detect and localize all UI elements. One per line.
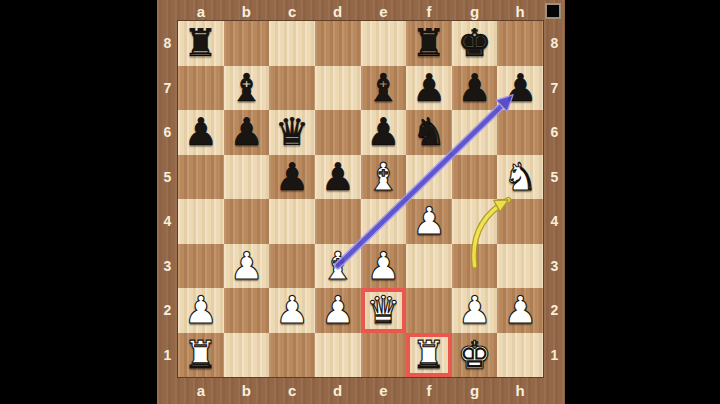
square-e8[interactable] <box>361 21 407 66</box>
white-pawn-g2: ♟ <box>452 288 498 333</box>
square-e4[interactable] <box>361 199 407 244</box>
square-a6[interactable]: ♟ <box>178 110 224 155</box>
white-knight-h5: ♞ <box>497 155 543 200</box>
file-label-top-g: g <box>470 3 479 20</box>
square-g4[interactable] <box>452 199 498 244</box>
rank-label-right-1: 1 <box>551 347 559 363</box>
board-grid: ♜♜♚♝♝♟♟♟♟♟♛♟♞♟♟♝♞♟♟♝♟♟♟♟♛♟♟♜♜♚ <box>178 21 543 377</box>
square-d7[interactable] <box>315 66 361 111</box>
square-c4[interactable] <box>269 199 315 244</box>
square-a4[interactable] <box>178 199 224 244</box>
square-c6[interactable]: ♛ <box>269 110 315 155</box>
black-rook-a8: ♜ <box>178 21 224 66</box>
file-label-bottom-a: a <box>197 382 205 399</box>
square-d1[interactable] <box>315 333 361 378</box>
white-pawn-a2: ♟ <box>178 288 224 333</box>
square-b1[interactable] <box>224 333 270 378</box>
square-a8[interactable]: ♜ <box>178 21 224 66</box>
rank-label-right-2: 2 <box>551 302 559 318</box>
rank-label-right-3: 3 <box>551 258 559 274</box>
file-label-bottom-c: c <box>288 382 296 399</box>
rank-label-right-5: 5 <box>551 169 559 185</box>
square-h1[interactable] <box>497 333 543 378</box>
square-f7[interactable]: ♟ <box>406 66 452 111</box>
square-h4[interactable] <box>497 199 543 244</box>
file-label-top-d: d <box>333 3 342 20</box>
rank-label-left-4: 4 <box>164 213 172 229</box>
square-b5[interactable] <box>224 155 270 200</box>
white-pawn-h2: ♟ <box>497 288 543 333</box>
rank-label-right-6: 6 <box>551 124 559 140</box>
square-h8[interactable] <box>497 21 543 66</box>
square-a7[interactable] <box>178 66 224 111</box>
rank-label-right-8: 8 <box>551 35 559 51</box>
file-label-bottom-b: b <box>242 382 251 399</box>
square-b3[interactable]: ♟ <box>224 244 270 289</box>
file-label-bottom-g: g <box>470 382 479 399</box>
rank-label-left-7: 7 <box>164 80 172 96</box>
square-d2[interactable]: ♟ <box>315 288 361 333</box>
square-g3[interactable] <box>452 244 498 289</box>
square-d3[interactable]: ♝ <box>315 244 361 289</box>
white-pawn-d2: ♟ <box>315 288 361 333</box>
black-pawn-c5: ♟ <box>269 155 315 200</box>
black-pawn-b6: ♟ <box>224 110 270 155</box>
square-e5[interactable]: ♝ <box>361 155 407 200</box>
square-h7[interactable]: ♟ <box>497 66 543 111</box>
square-g8[interactable]: ♚ <box>452 21 498 66</box>
square-c1[interactable] <box>269 333 315 378</box>
square-g5[interactable] <box>452 155 498 200</box>
square-g1[interactable]: ♚ <box>452 333 498 378</box>
white-pawn-f4: ♟ <box>406 199 452 244</box>
square-f2[interactable] <box>406 288 452 333</box>
white-king-g1: ♚ <box>452 333 498 378</box>
square-f4[interactable]: ♟ <box>406 199 452 244</box>
file-label-bottom-f: f <box>426 382 431 399</box>
square-d6[interactable] <box>315 110 361 155</box>
square-b6[interactable]: ♟ <box>224 110 270 155</box>
square-h6[interactable] <box>497 110 543 155</box>
file-label-top-c: c <box>288 3 296 20</box>
rank-label-left-8: 8 <box>164 35 172 51</box>
square-c8[interactable] <box>269 21 315 66</box>
file-label-top-h: h <box>516 3 525 20</box>
rank-label-right-7: 7 <box>551 80 559 96</box>
square-b2[interactable] <box>224 288 270 333</box>
rank-label-left-2: 2 <box>164 302 172 318</box>
black-king-g8: ♚ <box>452 21 498 66</box>
square-f8[interactable]: ♜ <box>406 21 452 66</box>
file-label-top-f: f <box>426 3 431 20</box>
square-g6[interactable] <box>452 110 498 155</box>
square-e1[interactable] <box>361 333 407 378</box>
square-f3[interactable] <box>406 244 452 289</box>
white-pawn-c2: ♟ <box>269 288 315 333</box>
chess-board: ♜♜♚♝♝♟♟♟♟♟♛♟♞♟♟♝♞♟♟♝♟♟♟♟♛♟♟♜♜♚ aabbccdde… <box>157 0 565 404</box>
rank-label-right-4: 4 <box>551 213 559 229</box>
file-label-top-b: b <box>242 3 251 20</box>
square-e7[interactable]: ♝ <box>361 66 407 111</box>
rank-label-left-6: 6 <box>164 124 172 140</box>
square-e6[interactable]: ♟ <box>361 110 407 155</box>
black-pawn-h7: ♟ <box>497 66 543 111</box>
square-c2[interactable]: ♟ <box>269 288 315 333</box>
square-e3[interactable]: ♟ <box>361 244 407 289</box>
square-d8[interactable] <box>315 21 361 66</box>
file-label-bottom-h: h <box>516 382 525 399</box>
black-pawn-a6: ♟ <box>178 110 224 155</box>
square-h2[interactable]: ♟ <box>497 288 543 333</box>
white-pawn-e3: ♟ <box>361 244 407 289</box>
black-pawn-f7: ♟ <box>406 66 452 111</box>
black-bishop-b7: ♝ <box>224 66 270 111</box>
white-bishop-d3: ♝ <box>315 244 361 289</box>
white-pawn-b3: ♟ <box>224 244 270 289</box>
file-label-bottom-e: e <box>379 382 387 399</box>
black-bishop-e7: ♝ <box>361 66 407 111</box>
file-label-top-e: e <box>379 3 387 20</box>
white-rook-a1: ♜ <box>178 333 224 378</box>
square-d5[interactable]: ♟ <box>315 155 361 200</box>
square-h3[interactable] <box>497 244 543 289</box>
video-frame: ♜♜♚♝♝♟♟♟♟♟♛♟♞♟♟♝♞♟♟♝♟♟♟♟♛♟♟♜♜♚ aabbccdde… <box>0 0 720 404</box>
corner-square-icon <box>545 3 561 19</box>
black-queen-c6: ♛ <box>269 110 315 155</box>
black-rook-f8: ♜ <box>406 21 452 66</box>
white-rook-f1: ♜ <box>406 333 452 378</box>
black-knight-f6: ♞ <box>406 110 452 155</box>
black-pawn-g7: ♟ <box>452 66 498 111</box>
file-label-bottom-d: d <box>333 382 342 399</box>
square-a5[interactable] <box>178 155 224 200</box>
square-b8[interactable] <box>224 21 270 66</box>
rank-label-left-5: 5 <box>164 169 172 185</box>
square-a1[interactable]: ♜ <box>178 333 224 378</box>
square-f1[interactable]: ♜ <box>406 333 452 378</box>
square-f5[interactable] <box>406 155 452 200</box>
square-g7[interactable]: ♟ <box>452 66 498 111</box>
square-a3[interactable] <box>178 244 224 289</box>
square-b4[interactable] <box>224 199 270 244</box>
black-pawn-e6: ♟ <box>361 110 407 155</box>
square-d4[interactable] <box>315 199 361 244</box>
square-b7[interactable]: ♝ <box>224 66 270 111</box>
square-e2[interactable]: ♛ <box>361 288 407 333</box>
black-pawn-d5: ♟ <box>315 155 361 200</box>
rank-label-left-3: 3 <box>164 258 172 274</box>
white-bishop-e5: ♝ <box>361 155 407 200</box>
square-c5[interactable]: ♟ <box>269 155 315 200</box>
square-a2[interactable]: ♟ <box>178 288 224 333</box>
white-queen-e2: ♛ <box>361 288 407 333</box>
file-label-top-a: a <box>197 3 205 20</box>
square-h5[interactable]: ♞ <box>497 155 543 200</box>
square-f6[interactable]: ♞ <box>406 110 452 155</box>
square-c7[interactable] <box>269 66 315 111</box>
rank-label-left-1: 1 <box>164 347 172 363</box>
square-g2[interactable]: ♟ <box>452 288 498 333</box>
square-c3[interactable] <box>269 244 315 289</box>
